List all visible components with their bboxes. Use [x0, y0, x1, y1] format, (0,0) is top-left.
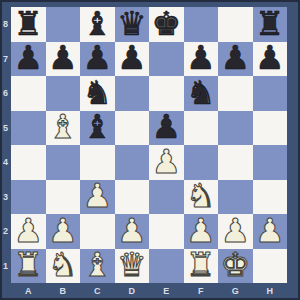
square-e7[interactable] [149, 42, 184, 77]
piece-white-pawn: ♟ [220, 214, 250, 247]
square-d6[interactable] [115, 76, 150, 111]
square-c5[interactable]: ♝ [80, 111, 115, 146]
square-h2[interactable]: ♟ [253, 214, 288, 249]
file-label-d: D [115, 283, 150, 298]
rank-labels: 87654321 [0, 7, 11, 283]
square-e3[interactable] [149, 180, 184, 215]
square-h4[interactable] [253, 145, 288, 180]
piece-white-pawn: ♟ [186, 214, 216, 247]
rank-label-3: 3 [0, 180, 11, 215]
square-d1[interactable]: ♛ [115, 249, 150, 284]
square-d4[interactable] [115, 145, 150, 180]
file-label-e: E [149, 283, 184, 298]
square-a7[interactable]: ♟ [11, 42, 46, 77]
file-labels: ABCDEFGH [11, 283, 287, 298]
square-e8[interactable]: ♚ [149, 7, 184, 42]
piece-white-pawn: ♟ [255, 214, 285, 247]
square-b3[interactable] [46, 180, 81, 215]
square-c2[interactable] [80, 214, 115, 249]
square-g6[interactable] [218, 76, 253, 111]
file-label-a: A [11, 283, 46, 298]
piece-black-pawn: ♟ [13, 41, 43, 74]
square-b1[interactable]: ♞ [46, 249, 81, 284]
square-g8[interactable] [218, 7, 253, 42]
square-b7[interactable]: ♟ [46, 42, 81, 77]
square-g3[interactable] [218, 180, 253, 215]
file-label-f: F [184, 283, 219, 298]
square-h6[interactable] [253, 76, 288, 111]
rank-label-4: 4 [0, 145, 11, 180]
square-c4[interactable] [80, 145, 115, 180]
square-e5[interactable]: ♟ [149, 111, 184, 146]
piece-black-pawn: ♟ [186, 41, 216, 74]
square-d8[interactable]: ♛ [115, 7, 150, 42]
square-h1[interactable] [253, 249, 288, 284]
piece-black-queen: ♛ [117, 7, 147, 40]
piece-black-rook: ♜ [255, 7, 285, 40]
square-a5[interactable] [11, 111, 46, 146]
chess-board-frame: 87654321 ♜♝♛♚♜♟♟♟♟♟♟♟♞♞♝♝♟♟♟♞♟♟♟♟♟♟♜♞♝♛♜… [0, 0, 300, 300]
square-g2[interactable]: ♟ [218, 214, 253, 249]
piece-black-pawn: ♟ [255, 41, 285, 74]
square-e6[interactable] [149, 76, 184, 111]
piece-white-knight: ♞ [186, 179, 216, 212]
piece-white-pawn: ♟ [48, 214, 78, 247]
square-e2[interactable] [149, 214, 184, 249]
square-f5[interactable] [184, 111, 219, 146]
square-d7[interactable]: ♟ [115, 42, 150, 77]
square-e1[interactable] [149, 249, 184, 284]
piece-black-pawn: ♟ [82, 41, 112, 74]
square-f7[interactable]: ♟ [184, 42, 219, 77]
piece-white-pawn: ♟ [13, 214, 43, 247]
rank-label-6: 6 [0, 76, 11, 111]
square-h3[interactable] [253, 180, 288, 215]
square-b2[interactable]: ♟ [46, 214, 81, 249]
piece-black-bishop: ♝ [82, 7, 112, 40]
square-g5[interactable] [218, 111, 253, 146]
square-a3[interactable] [11, 180, 46, 215]
square-d2[interactable]: ♟ [115, 214, 150, 249]
square-h7[interactable]: ♟ [253, 42, 288, 77]
square-f2[interactable]: ♟ [184, 214, 219, 249]
square-g4[interactable] [218, 145, 253, 180]
piece-white-bishop: ♝ [82, 248, 112, 281]
piece-white-king: ♚ [220, 248, 250, 281]
file-label-g: G [218, 283, 253, 298]
piece-white-knight: ♞ [48, 248, 78, 281]
square-f3[interactable]: ♞ [184, 180, 219, 215]
square-g7[interactable]: ♟ [218, 42, 253, 77]
square-c8[interactable]: ♝ [80, 7, 115, 42]
square-a2[interactable]: ♟ [11, 214, 46, 249]
square-d5[interactable] [115, 111, 150, 146]
square-d3[interactable] [115, 180, 150, 215]
piece-white-pawn: ♟ [151, 145, 181, 178]
square-c7[interactable]: ♟ [80, 42, 115, 77]
square-b8[interactable] [46, 7, 81, 42]
piece-black-bishop: ♝ [82, 110, 112, 143]
file-label-c: C [80, 283, 115, 298]
piece-white-rook: ♜ [13, 248, 43, 281]
piece-white-pawn: ♟ [82, 179, 112, 212]
piece-black-rook: ♜ [13, 7, 43, 40]
piece-black-pawn: ♟ [220, 41, 250, 74]
square-h5[interactable] [253, 111, 288, 146]
square-e4[interactable]: ♟ [149, 145, 184, 180]
piece-black-knight: ♞ [82, 76, 112, 109]
piece-black-king: ♚ [151, 7, 181, 40]
piece-white-bishop: ♝ [48, 110, 78, 143]
piece-black-pawn: ♟ [151, 110, 181, 143]
piece-white-queen: ♛ [117, 248, 147, 281]
piece-black-knight: ♞ [186, 76, 216, 109]
piece-white-pawn: ♟ [117, 214, 147, 247]
piece-black-pawn: ♟ [48, 41, 78, 74]
square-f6[interactable]: ♞ [184, 76, 219, 111]
rank-label-7: 7 [0, 42, 11, 77]
rank-label-5: 5 [0, 111, 11, 146]
square-b6[interactable] [46, 76, 81, 111]
piece-black-pawn: ♟ [117, 41, 147, 74]
square-f1[interactable]: ♜ [184, 249, 219, 284]
square-b4[interactable] [46, 145, 81, 180]
square-b5[interactable]: ♝ [46, 111, 81, 146]
square-a6[interactable] [11, 76, 46, 111]
rank-label-8: 8 [0, 7, 11, 42]
rank-label-2: 2 [0, 214, 11, 249]
square-c1[interactable]: ♝ [80, 249, 115, 284]
square-h8[interactable]: ♜ [253, 7, 288, 42]
square-f4[interactable] [184, 145, 219, 180]
piece-white-rook: ♜ [186, 248, 216, 281]
square-c6[interactable]: ♞ [80, 76, 115, 111]
chess-board: ♜♝♛♚♜♟♟♟♟♟♟♟♞♞♝♝♟♟♟♞♟♟♟♟♟♟♜♞♝♛♜♚ [11, 7, 287, 283]
rank-label-1: 1 [0, 249, 11, 284]
square-a1[interactable]: ♜ [11, 249, 46, 284]
square-a8[interactable]: ♜ [11, 7, 46, 42]
square-f8[interactable] [184, 7, 219, 42]
square-c3[interactable]: ♟ [80, 180, 115, 215]
square-g1[interactable]: ♚ [218, 249, 253, 284]
square-a4[interactable] [11, 145, 46, 180]
file-label-h: H [253, 283, 288, 298]
file-label-b: B [46, 283, 81, 298]
